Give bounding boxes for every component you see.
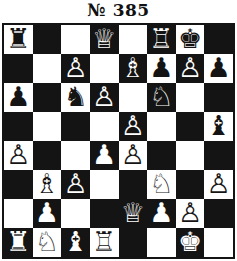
square-h2[interactable] [204, 199, 233, 228]
square-d5[interactable] [90, 112, 119, 141]
white-pawn: ♟ [92, 141, 116, 168]
square-h6[interactable] [204, 83, 233, 112]
square-h4[interactable] [204, 141, 233, 170]
square-c2[interactable] [61, 199, 90, 228]
square-a8[interactable]: ♜ [4, 25, 33, 54]
square-c5[interactable] [61, 112, 90, 141]
square-b6[interactable] [33, 83, 62, 112]
black-pawn: ♙ [63, 54, 87, 81]
white-bishop: ♝ [63, 228, 87, 255]
square-c7[interactable]: ♙ [61, 54, 90, 83]
white-pawn: ♙ [6, 141, 30, 168]
square-d3[interactable] [90, 170, 119, 199]
square-d6[interactable]: ♙ [90, 83, 119, 112]
square-e2[interactable]: ♕ [119, 199, 148, 228]
white-rook: ♖ [92, 228, 116, 255]
white-bishop: ♗ [35, 170, 59, 197]
square-h3[interactable]: ♙ [204, 170, 233, 199]
square-g4[interactable] [176, 141, 205, 170]
square-h1[interactable] [204, 228, 233, 257]
black-pawn: ♙ [121, 112, 145, 139]
white-knight: ♘ [149, 170, 173, 197]
black-bishop: ♗ [121, 54, 145, 81]
white-queen: ♕ [121, 199, 145, 226]
square-f8[interactable]: ♖ [147, 25, 176, 54]
square-b7[interactable] [33, 54, 62, 83]
black-bishop: ♝ [207, 112, 231, 139]
square-f4[interactable] [147, 141, 176, 170]
square-b3[interactable]: ♗ [33, 170, 62, 199]
square-g2[interactable]: ♙ [176, 199, 205, 228]
black-pawn: ♙ [178, 54, 202, 81]
square-a3[interactable] [4, 170, 33, 199]
puzzle-number: № 385 [0, 0, 237, 21]
square-f3[interactable]: ♘ [147, 170, 176, 199]
square-a4[interactable]: ♙ [4, 141, 33, 170]
square-c3[interactable]: ♙ [61, 170, 90, 199]
square-e6[interactable] [119, 83, 148, 112]
black-pawn: ♙ [63, 170, 87, 197]
square-c1[interactable]: ♝ [61, 228, 90, 257]
black-pawn: ♟ [207, 54, 231, 81]
square-b2[interactable]: ♟ [33, 199, 62, 228]
square-h5[interactable]: ♝ [204, 112, 233, 141]
square-g3[interactable] [176, 170, 205, 199]
square-d1[interactable]: ♖ [90, 228, 119, 257]
square-e7[interactable]: ♗ [119, 54, 148, 83]
square-f2[interactable]: ♟ [147, 199, 176, 228]
black-knight: ♘ [149, 83, 173, 110]
black-pawn: ♟ [6, 83, 30, 110]
square-h7[interactable]: ♟ [204, 54, 233, 83]
square-d8[interactable]: ♕ [90, 25, 119, 54]
white-knight: ♘ [35, 228, 59, 255]
square-c4[interactable] [61, 141, 90, 170]
square-a2[interactable] [4, 199, 33, 228]
square-e3[interactable] [119, 170, 148, 199]
square-e1[interactable] [119, 228, 148, 257]
square-e8[interactable] [119, 25, 148, 54]
square-b8[interactable] [33, 25, 62, 54]
square-g5[interactable] [176, 112, 205, 141]
square-c6[interactable]: ♞ [61, 83, 90, 112]
white-pawn: ♟ [149, 199, 173, 226]
square-f7[interactable]: ♟ [147, 54, 176, 83]
white-pawn: ♟ [35, 199, 59, 226]
square-f1[interactable] [147, 228, 176, 257]
square-h8[interactable] [204, 25, 233, 54]
square-g6[interactable] [176, 83, 205, 112]
square-a6[interactable]: ♟ [4, 83, 33, 112]
black-queen: ♕ [92, 25, 116, 52]
square-b1[interactable]: ♘ [33, 228, 62, 257]
square-a5[interactable] [4, 112, 33, 141]
square-d2[interactable] [90, 199, 119, 228]
black-rook: ♖ [149, 25, 173, 52]
square-f6[interactable]: ♘ [147, 83, 176, 112]
black-king: ♚ [178, 25, 202, 52]
square-d7[interactable] [90, 54, 119, 83]
square-c8[interactable] [61, 25, 90, 54]
square-a1[interactable]: ♜ [4, 228, 33, 257]
square-e4[interactable]: ♙ [119, 141, 148, 170]
white-pawn: ♙ [121, 141, 145, 168]
chess-board: ♜♕♖♚♙♗♟♙♟♟♞♙♘♙♝♙♟♙♗♙♘♙♟♕♟♙♜♘♝♖♚ [2, 23, 235, 259]
square-d4[interactable]: ♟ [90, 141, 119, 170]
white-pawn: ♙ [207, 170, 231, 197]
square-g1[interactable]: ♚ [176, 228, 205, 257]
white-pawn: ♙ [178, 199, 202, 226]
square-g7[interactable]: ♙ [176, 54, 205, 83]
black-pawn: ♙ [92, 83, 116, 110]
square-b4[interactable] [33, 141, 62, 170]
white-rook: ♜ [6, 228, 30, 255]
square-f5[interactable] [147, 112, 176, 141]
square-a7[interactable] [4, 54, 33, 83]
black-rook: ♜ [6, 25, 30, 52]
square-b5[interactable] [33, 112, 62, 141]
black-pawn: ♟ [149, 54, 173, 81]
black-knight: ♞ [63, 83, 87, 110]
square-g8[interactable]: ♚ [176, 25, 205, 54]
square-e5[interactable]: ♙ [119, 112, 148, 141]
white-king: ♚ [178, 228, 202, 255]
